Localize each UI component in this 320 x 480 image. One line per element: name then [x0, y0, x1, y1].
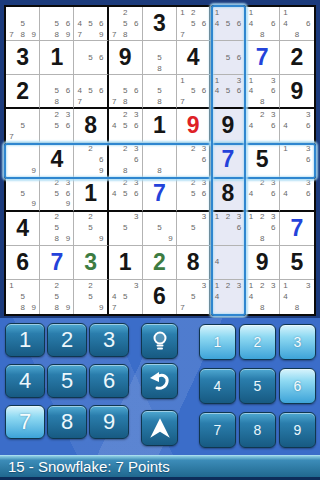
cell-r2c1[interactable]: 3 — [6, 41, 40, 75]
cell-r7c8[interactable]: 12368 — [246, 212, 280, 246]
cell-r8c5[interactable]: 2 — [143, 246, 177, 280]
pencil-mark: 2 — [257, 212, 268, 223]
pencil-mark — [6, 7, 17, 18]
pencil-mark — [246, 234, 257, 245]
cell-r4c9[interactable]: 346 — [280, 109, 314, 143]
cell-r4c7[interactable]: 9 — [211, 109, 245, 143]
cell-r9c1[interactable]: 1589 — [6, 280, 40, 314]
pencil-mark — [291, 166, 302, 177]
cell-r5c1[interactable]: 9 — [6, 143, 40, 177]
pencil-mark: 8 — [17, 303, 28, 314]
cell-value: 3 — [6, 41, 39, 74]
pencil-mark: 6 — [199, 188, 210, 199]
pencil-mark — [74, 7, 85, 18]
pencil-mark — [143, 212, 154, 223]
pencil-mark — [165, 63, 176, 74]
pencil-marks: 58 — [143, 75, 176, 107]
pencil-mark — [96, 212, 107, 223]
pencil-mark: 6 — [303, 154, 314, 165]
cell-r6c6[interactable]: 2356 — [177, 178, 211, 212]
pencil-mark — [143, 223, 154, 234]
cell-r9c5[interactable]: 6 — [143, 280, 177, 314]
pencil-mark — [28, 109, 39, 120]
pencil-mark — [109, 212, 120, 223]
pencil-mark — [199, 234, 210, 245]
pencil-mark — [131, 303, 142, 314]
pencil-marks: 4567 — [74, 75, 106, 107]
pencil-mark — [120, 199, 131, 210]
pencil-mark: 7 — [109, 97, 120, 108]
pencil-mark — [40, 280, 51, 291]
cell-r5c8[interactable]: 5 — [246, 143, 280, 177]
pencil-mark: 8 — [154, 166, 165, 177]
pencil-mark — [96, 291, 107, 302]
pencil-mark — [6, 188, 17, 199]
cell-r9c9[interactable]: 1348 — [280, 280, 314, 314]
numpad-button-8[interactable]: 8 — [47, 405, 87, 439]
pencil-mark — [143, 86, 154, 97]
cell-value: 1 — [143, 109, 176, 142]
pencilpad-button-1[interactable]: 1 — [199, 324, 236, 360]
pencil-mark — [131, 234, 142, 245]
cell-r9c8[interactable]: 12348 — [246, 280, 280, 314]
cell-r3c7[interactable]: 13456 — [211, 75, 245, 109]
pencil-mark — [291, 280, 302, 291]
cell-r1c1[interactable]: 5789 — [6, 7, 40, 41]
pencil-mark — [257, 199, 268, 210]
cell-r8c1[interactable]: 6 — [6, 246, 40, 280]
cell-r7c1[interactable]: 4 — [6, 212, 40, 246]
pencil-mark — [177, 154, 188, 165]
pencil-mark — [109, 109, 120, 120]
cell-r2c9[interactable]: 2 — [280, 41, 314, 75]
pencil-mark — [199, 303, 210, 314]
cell-value: 7 — [246, 41, 279, 74]
pencil-mark — [109, 18, 120, 29]
pencilpad-button-9[interactable]: 9 — [279, 412, 316, 448]
cell-value: 9 — [280, 75, 314, 107]
pencil-mark — [222, 303, 233, 314]
pencil-mark: 5 — [51, 86, 62, 97]
cell-r1c7[interactable]: 1456 — [211, 7, 245, 41]
pencil-mark: 5 — [120, 223, 131, 234]
pencil-mark — [268, 199, 279, 210]
pencil-mark — [6, 109, 17, 120]
pencil-mark — [74, 223, 85, 234]
cell-r8c6[interactable]: 8 — [177, 246, 211, 280]
cell-value: 9 — [109, 41, 142, 74]
pencilpad-button-6[interactable]: 6 — [279, 368, 316, 404]
cell-r4c2[interactable]: 2356 — [40, 109, 74, 143]
cell-r9c2[interactable]: 2589 — [40, 280, 74, 314]
cell-r5c7[interactable]: 7 — [211, 143, 245, 177]
cell-r5c3[interactable]: 269 — [74, 143, 108, 177]
cell-r4c3[interactable]: 8 — [74, 109, 108, 143]
cell-r3c3[interactable]: 4567 — [74, 75, 108, 109]
pencil-mark — [177, 280, 188, 291]
pencil-mark — [62, 131, 73, 142]
pencil-mark: 1 — [211, 280, 222, 291]
pencil-mark — [85, 154, 96, 165]
numpad-button-3[interactable]: 3 — [89, 323, 129, 357]
pencil-mark — [62, 223, 73, 234]
pencil-mark: 3 — [62, 178, 73, 189]
pencil-mark — [51, 131, 62, 142]
cell-r1c9[interactable]: 1468 — [280, 7, 314, 41]
pencil-mark — [291, 120, 302, 131]
cell-value: 4 — [177, 41, 209, 74]
pencil-marks: 13456 — [211, 75, 244, 107]
pencilpad-button-7[interactable]: 7 — [199, 412, 236, 448]
cell-r6c8[interactable]: 2346 — [246, 178, 280, 212]
numpad-button-1[interactable]: 1 — [5, 323, 45, 357]
cell-r3c2[interactable]: 568 — [40, 75, 74, 109]
cell-r4c1[interactable]: 57 — [6, 109, 40, 143]
pencil-mark — [17, 166, 28, 177]
pencil-mark: 4 — [211, 86, 222, 97]
pencil-mark — [40, 7, 51, 18]
cell-value: 9 — [177, 109, 209, 142]
cell-r3c6[interactable]: 1567 — [177, 75, 211, 109]
pencil-mark: 5 — [51, 188, 62, 199]
cell-r7c9[interactable]: 7 — [280, 212, 314, 246]
pencil-mark: 5 — [188, 18, 199, 29]
pencil-mark: 7 — [177, 97, 188, 108]
pencil-mark: 3 — [233, 212, 244, 223]
pencil-mark — [199, 97, 210, 108]
pencil-mark: 2 — [51, 109, 62, 120]
pencil-mark — [222, 97, 233, 108]
pencil-marks: 56 — [211, 41, 244, 74]
pencil-mark: 3 — [268, 109, 279, 120]
pencil-mark: 6 — [131, 154, 142, 165]
cell-r7c2[interactable]: 2589 — [40, 212, 74, 246]
pencil-mark — [211, 234, 222, 245]
pencil-mark — [74, 75, 85, 86]
pencil-mark: 6 — [268, 188, 279, 199]
pencil-mark: 3 — [199, 280, 210, 291]
pencil-mark — [109, 7, 120, 18]
pencilpad-button-5[interactable]: 5 — [239, 368, 276, 404]
cell-r4c8[interactable]: 2346 — [246, 109, 280, 143]
pencil-mark: 5 — [17, 18, 28, 29]
pencil-mark — [222, 29, 233, 40]
pencil-mark: 9 — [28, 303, 39, 314]
cell-r3c4[interactable]: 5678 — [109, 75, 143, 109]
pencil-mark — [17, 199, 28, 210]
cell-value: 9 — [211, 109, 244, 142]
cell-r3c1[interactable]: 2 — [6, 75, 40, 109]
pencil-mark — [40, 97, 51, 108]
pencil-mark: 3 — [268, 280, 279, 291]
pencil-mark: 5 — [154, 52, 165, 63]
cell-r6c4[interactable]: 23456 — [109, 178, 143, 212]
pencil-mark — [177, 223, 188, 234]
pencil-mark — [199, 291, 210, 302]
cell-r6c2[interactable]: 23569 — [40, 178, 74, 212]
pencil-mark — [177, 178, 188, 189]
pencil-mark — [291, 7, 302, 18]
numpad-button-2[interactable]: 2 — [47, 323, 87, 357]
cell-r1c3[interactable]: 45679 — [74, 7, 108, 41]
cell-r5c4[interactable]: 2368 — [109, 143, 143, 177]
pencil-mark — [268, 303, 279, 314]
pencil-mark — [233, 291, 244, 302]
pencil-mark: 4 — [280, 120, 291, 131]
pencil-mark — [6, 120, 17, 131]
input-mode-button[interactable] — [141, 410, 178, 446]
cell-value: 2 — [6, 75, 39, 107]
pencil-mark — [199, 29, 210, 40]
cell-r9c3[interactable]: 259 — [74, 280, 108, 314]
pencilpad-button-4[interactable]: 4 — [199, 368, 236, 404]
pencil-mark — [85, 166, 96, 177]
undo-button[interactable] — [141, 363, 178, 399]
pencil-mark: 5 — [188, 291, 199, 302]
cell-r5c2[interactable]: 4 — [40, 143, 74, 177]
pencil-mark: 4 — [246, 120, 257, 131]
pencil-mark — [246, 29, 257, 40]
pencil-mark — [177, 143, 188, 154]
pencil-mark — [291, 178, 302, 189]
pencil-mark — [131, 97, 142, 108]
pencil-mark — [257, 131, 268, 142]
hint-button[interactable] — [141, 323, 178, 359]
cell-r1c5[interactable]: 3 — [143, 7, 177, 41]
cell-r9c7[interactable]: 1234 — [211, 280, 245, 314]
pencil-mark: 6 — [96, 52, 107, 63]
cell-r6c1[interactable]: 59 — [6, 178, 40, 212]
pencil-mark: 5 — [120, 86, 131, 97]
cell-r7c3[interactable]: 259 — [74, 212, 108, 246]
cell-r9c4[interactable]: 3457 — [109, 280, 143, 314]
pencil-mark: 2 — [85, 143, 96, 154]
pencil-marks: 2356 — [177, 178, 209, 210]
pencil-mark: 6 — [131, 120, 142, 131]
pencilpad-button-2[interactable]: 2 — [239, 324, 276, 360]
pencil-mark — [165, 52, 176, 63]
cell-r5c6[interactable]: 236 — [177, 143, 211, 177]
cell-r8c8[interactable]: 9 — [246, 246, 280, 280]
pencil-mark — [109, 234, 120, 245]
cell-value: 8 — [177, 246, 209, 279]
pencil-mark — [188, 29, 199, 40]
cell-r8c3[interactable]: 3 — [74, 246, 108, 280]
pencil-mark — [143, 41, 154, 52]
pencil-mark: 7 — [6, 29, 17, 40]
cell-r6c7[interactable]: 8 — [211, 178, 245, 212]
pencil-mark: 7 — [177, 303, 188, 314]
pencil-mark: 5 — [154, 86, 165, 97]
pencil-mark — [109, 86, 120, 97]
pencil-mark: 8 — [154, 63, 165, 74]
cell-r2c8[interactable]: 7 — [246, 41, 280, 75]
numpad-button-5[interactable]: 5 — [47, 364, 87, 398]
cell-r5c9[interactable]: 136 — [280, 143, 314, 177]
pencil-mark — [165, 223, 176, 234]
pencilpad-button-8[interactable]: 8 — [239, 412, 276, 448]
pencil-mark — [28, 154, 39, 165]
cell-r6c5[interactable]: 7 — [143, 178, 177, 212]
pencilpad-button-3[interactable]: 3 — [279, 324, 316, 360]
pencil-mark — [74, 63, 85, 74]
pencil-mark: 8 — [51, 97, 62, 108]
cell-r6c9[interactable]: 346 — [280, 178, 314, 212]
pencil-mark — [85, 63, 96, 74]
pencil-mark — [246, 199, 257, 210]
pencil-marks: 3457 — [109, 280, 142, 314]
cell-r1c8[interactable]: 1468 — [246, 7, 280, 41]
pencil-mark — [165, 86, 176, 97]
pencil-mark — [143, 143, 154, 154]
pencil-mark: 4 — [246, 188, 257, 199]
pencil-mark: 5 — [51, 18, 62, 29]
cell-r2c7[interactable]: 56 — [211, 41, 245, 75]
pencil-mark — [177, 212, 188, 223]
pencil-mark — [268, 7, 279, 18]
pencil-mark — [199, 223, 210, 234]
numpad-button-4[interactable]: 4 — [5, 364, 45, 398]
numpad-button-7[interactable]: 7 — [5, 405, 45, 439]
pencil-mark — [143, 52, 154, 63]
pencil-mark — [222, 234, 233, 245]
pencil-mark — [62, 291, 73, 302]
cell-r8c9[interactable]: 5 — [280, 246, 314, 280]
pencil-mark — [40, 86, 51, 97]
cell-value: 4 — [40, 143, 73, 176]
pencil-mark: 8 — [257, 303, 268, 314]
status-bar: 15 - Snowflake: 7 Points — [0, 455, 320, 477]
pencil-mark — [211, 52, 222, 63]
pencil-mark: 2 — [120, 7, 131, 18]
cell-r7c5[interactable]: 59 — [143, 212, 177, 246]
pencil-mark: 5 — [188, 86, 199, 97]
pencil-mark — [222, 223, 233, 234]
pencil-mark — [280, 303, 291, 314]
pencil-marks: 4 — [211, 246, 244, 279]
pencil-mark — [6, 178, 17, 189]
pencil-mark — [188, 303, 199, 314]
cell-r4c6[interactable]: 9 — [177, 109, 211, 143]
cell-r2c3[interactable]: 56 — [74, 41, 108, 75]
pencil-mark — [109, 75, 120, 86]
pencil-mark: 6 — [268, 223, 279, 234]
pencil-mark — [211, 97, 222, 108]
pencil-mark — [120, 154, 131, 165]
control-area: 123456789 123456789 — [0, 318, 320, 455]
pencil-marks: 58 — [143, 41, 176, 74]
pencil-mark: 5 — [120, 291, 131, 302]
pencil-marks: 2346 — [246, 178, 279, 210]
cell-r7c6[interactable]: 35 — [177, 212, 211, 246]
pencil-mark — [233, 246, 244, 257]
pencil-mark — [40, 120, 51, 131]
cell-value: 6 — [143, 280, 176, 314]
cell-r5c5[interactable]: 8 — [143, 143, 177, 177]
pencil-mark — [188, 154, 199, 165]
pencil-mark — [96, 97, 107, 108]
pencil-mark — [62, 7, 73, 18]
pencil-mark: 1 — [177, 75, 188, 86]
pencil-mark: 5 — [51, 291, 62, 302]
cell-r3c8[interactable]: 13468 — [246, 75, 280, 109]
cell-r1c6[interactable]: 12567 — [177, 7, 211, 41]
pencil-mark — [165, 143, 176, 154]
cell-r4c4[interactable]: 23456 — [109, 109, 143, 143]
pencil-mark — [51, 199, 62, 210]
up-arrow-icon — [147, 415, 173, 441]
cell-r9c6[interactable]: 357 — [177, 280, 211, 314]
pencil-mark — [85, 41, 96, 52]
pencil-marks: 5689 — [40, 7, 73, 40]
pencil-mark: 2 — [120, 178, 131, 189]
pencil-mark — [154, 212, 165, 223]
pencil-mark — [165, 212, 176, 223]
pencil-mark: 4 — [246, 18, 257, 29]
pencil-mark — [120, 303, 131, 314]
pencil-mark — [280, 29, 291, 40]
pencil-mark — [74, 143, 85, 154]
pencil-mark — [74, 212, 85, 223]
pencil-mark — [74, 280, 85, 291]
pencil-mark — [291, 199, 302, 210]
pencil-marks: 568 — [40, 75, 73, 107]
cell-r1c2[interactable]: 5689 — [40, 7, 74, 41]
pencil-mark: 9 — [62, 234, 73, 245]
pencil-mark: 7 — [109, 303, 120, 314]
pencil-mark — [28, 280, 39, 291]
pencil-marks: 2589 — [40, 280, 73, 314]
pencil-mark — [40, 303, 51, 314]
pencil-mark — [246, 303, 257, 314]
cell-r2c6[interactable]: 4 — [177, 41, 211, 75]
cell-r7c7[interactable]: 1236 — [211, 212, 245, 246]
pencil-mark: 6 — [199, 86, 210, 97]
pencil-mark — [28, 188, 39, 199]
pencil-mark: 6 — [268, 18, 279, 29]
cell-r6c3[interactable]: 1 — [74, 178, 108, 212]
pencil-mark — [291, 291, 302, 302]
pencil-mark: 8 — [257, 97, 268, 108]
numpad-button-6[interactable]: 6 — [89, 364, 129, 398]
cell-r3c5[interactable]: 58 — [143, 75, 177, 109]
cell-r4c5[interactable]: 1 — [143, 109, 177, 143]
pencil-mark: 3 — [303, 280, 314, 291]
pencil-mark — [211, 41, 222, 52]
numpad-button-9[interactable]: 9 — [89, 405, 129, 439]
cell-r2c2[interactable]: 1 — [40, 41, 74, 75]
pencil-mark — [303, 291, 314, 302]
pencil-mark — [17, 109, 28, 120]
pencil-mark — [131, 131, 142, 142]
cell-r7c4[interactable]: 35 — [109, 212, 143, 246]
cell-r3c9[interactable]: 9 — [280, 75, 314, 109]
cell-value: 3 — [74, 246, 106, 279]
pencil-marks: 8 — [143, 143, 176, 176]
cell-r1c4[interactable]: 25678 — [109, 7, 143, 41]
cell-r8c2[interactable]: 7 — [40, 246, 74, 280]
cell-r2c5[interactable]: 58 — [143, 41, 177, 75]
pencil-mark: 5 — [188, 188, 199, 199]
cell-r8c4[interactable]: 1 — [109, 246, 143, 280]
cell-r8c7[interactable]: 4 — [211, 246, 245, 280]
pencil-mark: 1 — [280, 143, 291, 154]
pencil-mark: 1 — [211, 75, 222, 86]
pencil-mark — [131, 166, 142, 177]
cell-r2c4[interactable]: 9 — [109, 41, 143, 75]
pencil-mark — [222, 7, 233, 18]
pencil-mark: 5 — [85, 291, 96, 302]
